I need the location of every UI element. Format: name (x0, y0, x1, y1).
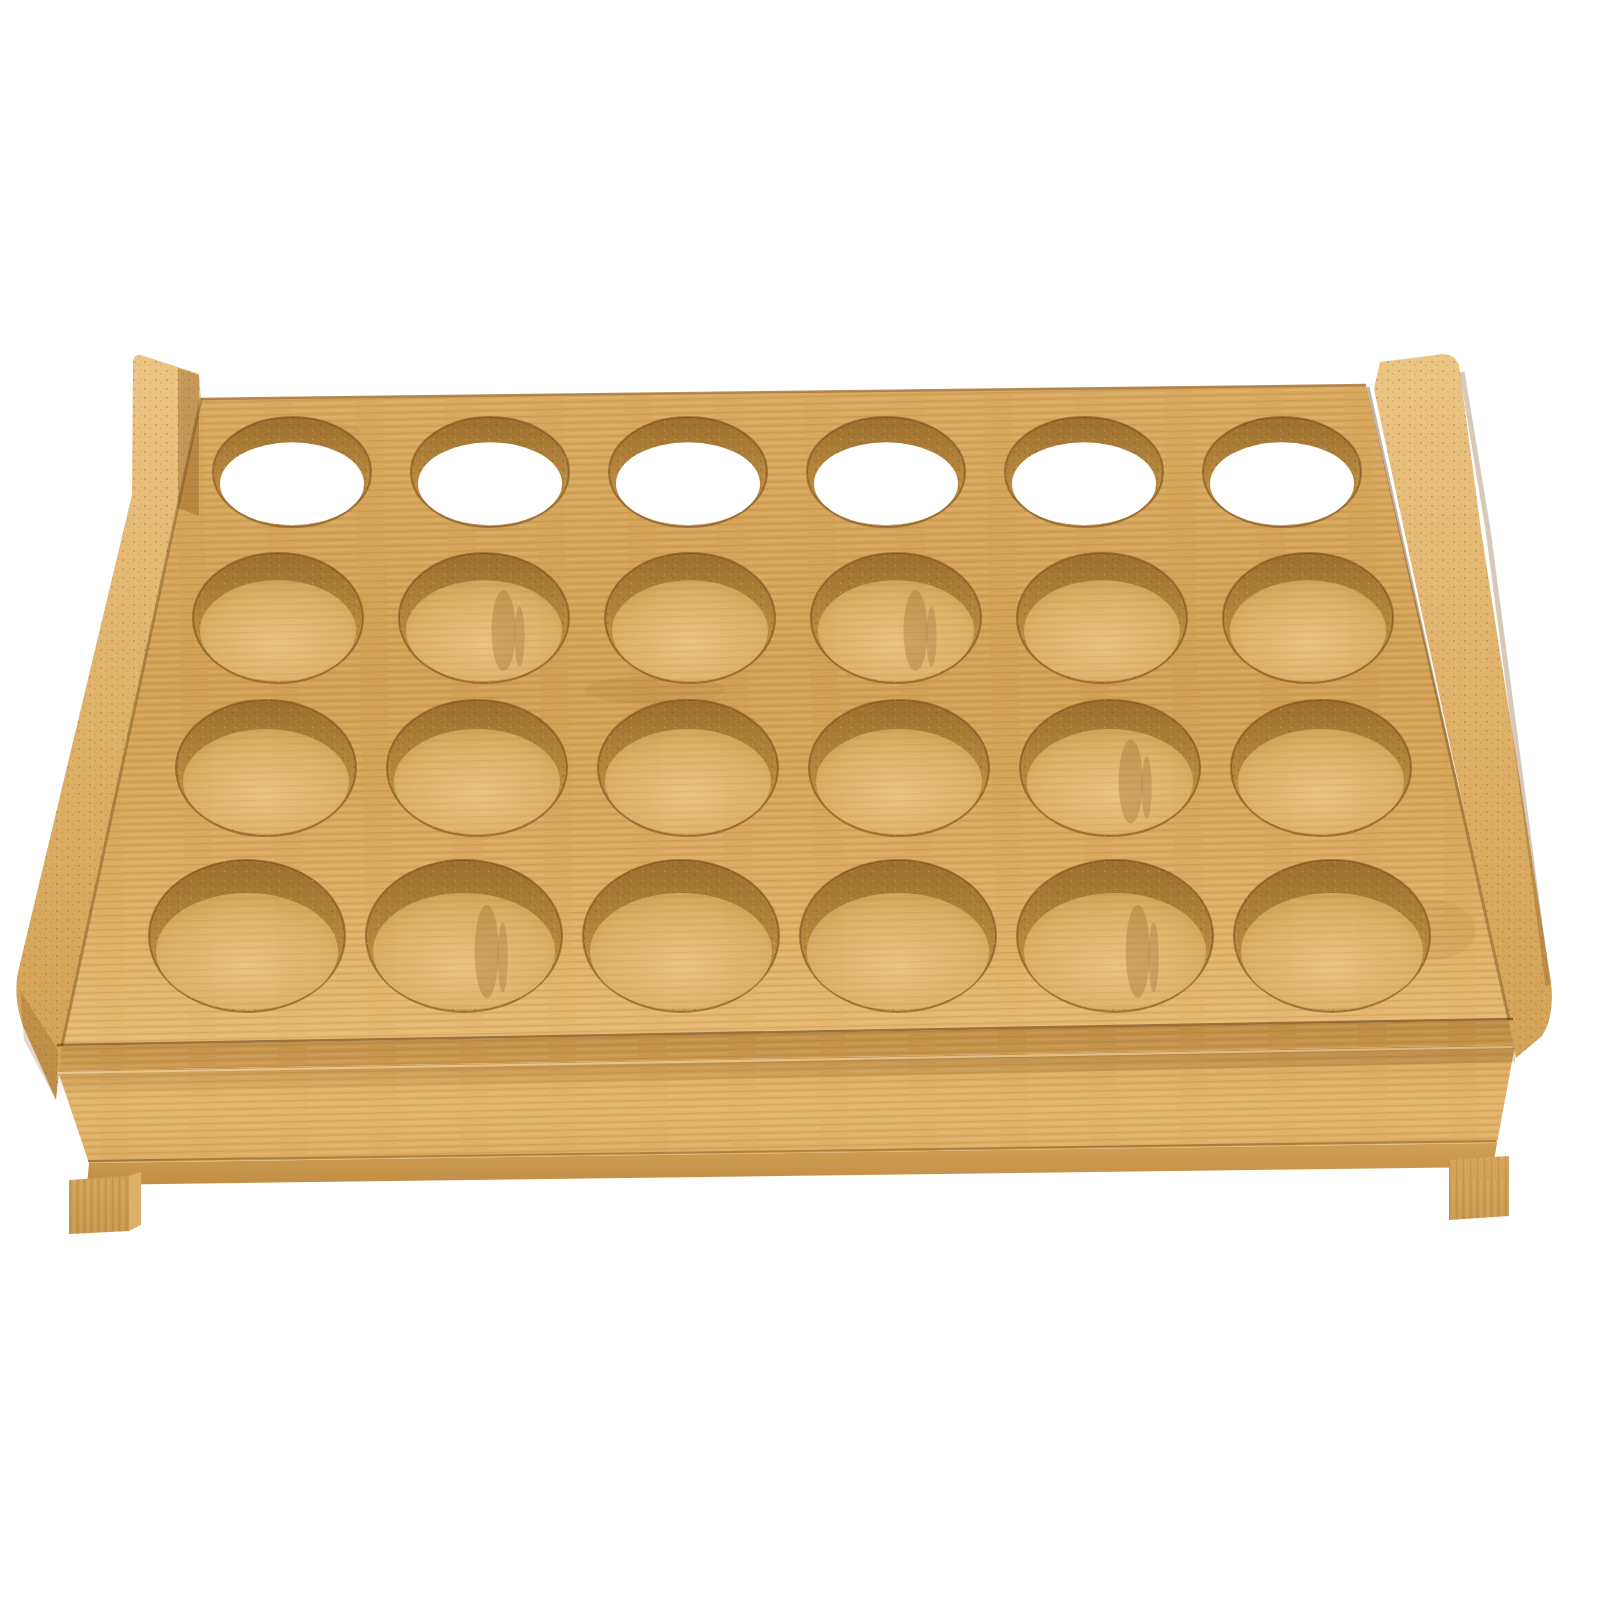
hole-r2-c4 (811, 553, 981, 683)
hole-r2-c6 (1223, 553, 1393, 683)
hole-r3-c6 (1231, 700, 1411, 836)
hole-r2-c2 (399, 553, 569, 683)
hole-r4-c2 (366, 860, 562, 1012)
hole-r4-c5 (1017, 860, 1213, 1012)
hole-r3-c1 (176, 700, 356, 836)
right-foot-grain (1449, 1156, 1509, 1220)
hole-r2-c3 (605, 553, 775, 683)
hole-r1-c3 (609, 417, 767, 527)
hole-r4-c6 (1234, 860, 1430, 1012)
hole-r3-c4 (809, 700, 989, 836)
hole-r3-c5 (1020, 700, 1200, 836)
hole-r1-c2 (411, 417, 569, 527)
hole-r1-c6 (1203, 417, 1361, 527)
hole-r4-c4 (800, 860, 996, 1012)
left-foot-inner-face (129, 1172, 141, 1231)
hole-r1-c4 (807, 417, 965, 527)
bamboo-tray-photo: Overhead-angle product photo of a natura… (0, 0, 1600, 1600)
hole-r2-c5 (1017, 553, 1187, 683)
product-photo-canvas (0, 0, 1600, 1600)
hole-r4-c3 (583, 860, 779, 1012)
left-foot-grain (69, 1176, 129, 1234)
hole-r1-c5 (1005, 417, 1163, 527)
hole-r4-c1 (149, 860, 345, 1012)
hole-r2-c1 (193, 553, 363, 683)
hole-r3-c2 (387, 700, 567, 836)
hole-r3-c3 (598, 700, 778, 836)
hole-r1-c1 (213, 417, 371, 527)
